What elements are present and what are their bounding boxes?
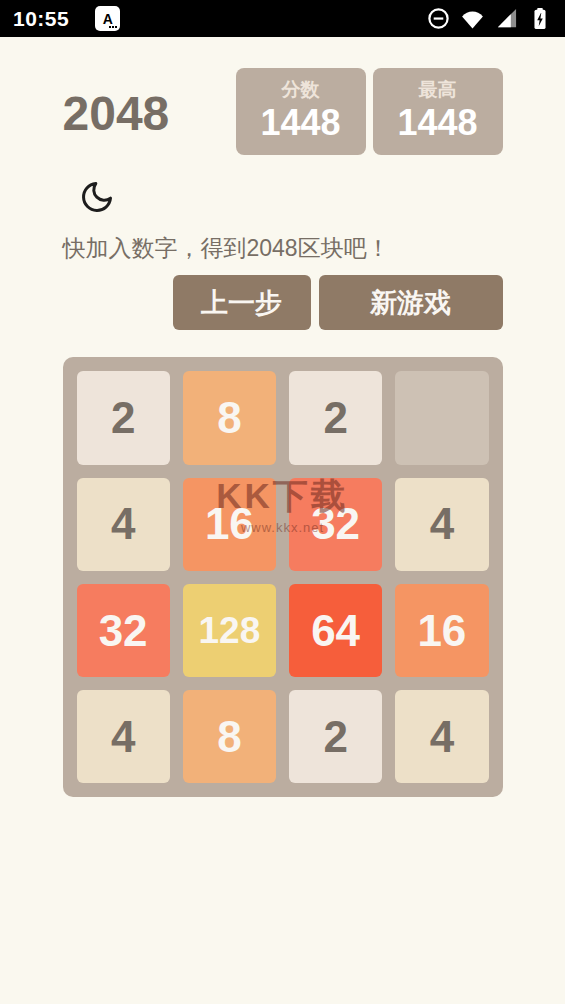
moon-icon: [79, 179, 115, 215]
tile-cell-r3c2: 128: [183, 584, 276, 677]
new-game-button[interactable]: 新游戏: [319, 275, 503, 330]
wifi-icon: [460, 8, 485, 30]
tile-cell-r3c4: 16: [395, 584, 488, 677]
tile-cell-r1c1: 2: [77, 371, 170, 464]
best-score-label: 最高: [419, 79, 457, 102]
tile-cell-r1c4: [395, 371, 488, 464]
tile-cell-r3c3: 64: [289, 584, 382, 677]
tile-cell-r1c3: 2: [289, 371, 382, 464]
score-panel: 分数 1448 最高 1448: [236, 68, 503, 155]
app-title: 2048: [63, 90, 170, 138]
tile-cell-r1c2: 8: [183, 371, 276, 464]
score-box: 分数 1448: [236, 68, 366, 155]
header: 2048 分数 1448 最高 1448: [63, 68, 503, 155]
game-board[interactable]: 2 8 2 4 16 32 4 32 128 64 16 4 8 2 4: [63, 357, 503, 797]
best-score-box: 最高 1448: [373, 68, 503, 155]
ime-dots: [109, 26, 117, 28]
tile-cell-r4c3: 2: [289, 690, 382, 783]
best-score-value: 1448: [397, 102, 477, 143]
clock: 10:55: [13, 7, 69, 31]
status-bar-icons: [427, 6, 552, 31]
score-label: 分数: [282, 79, 320, 102]
tile-cell-r3c1: 32: [77, 584, 170, 677]
score-value: 1448: [260, 102, 340, 143]
undo-button[interactable]: 上一步: [173, 275, 311, 330]
control-buttons: 上一步 新游戏: [63, 275, 503, 330]
tile-cell-r2c1: 4: [77, 478, 170, 571]
tile-cell-r2c2: 16: [183, 478, 276, 571]
app-content: 2048 分数 1448 最高 1448 快加入数字，得到2048区块吧！ 上一…: [63, 37, 503, 797]
status-bar: 10:55 A: [0, 0, 565, 37]
tile-cell-r4c2: 8: [183, 690, 276, 783]
game-instructions: 快加入数字，得到2048区块吧！: [63, 235, 503, 261]
board-wrapper: 2 8 2 4 16 32 4 32 128 64 16 4 8 2 4 KK下…: [63, 357, 503, 797]
dnd-icon: [427, 7, 450, 30]
cell-signal-icon: [495, 7, 518, 30]
tile-cell-r2c4: 4: [395, 478, 488, 571]
ime-letter: A: [103, 11, 113, 27]
tile-cell-r4c1: 4: [77, 690, 170, 783]
theme-toggle-row: [79, 179, 503, 215]
tile-cell-r4c4: 4: [395, 690, 488, 783]
battery-charging-icon: [528, 6, 552, 31]
ime-notification-icon: A: [95, 6, 120, 31]
dark-mode-toggle[interactable]: [79, 179, 115, 215]
tile-cell-r2c3: 32: [289, 478, 382, 571]
